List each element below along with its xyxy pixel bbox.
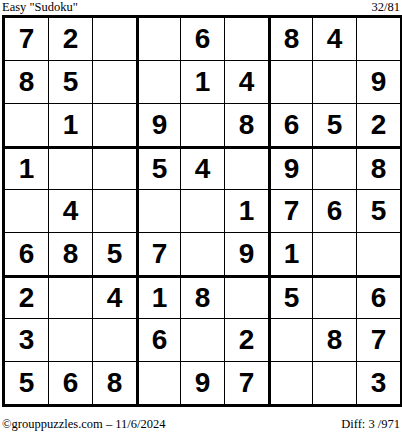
cell-r9c9: 3 xyxy=(357,362,400,404)
cell-r4c6[interactable] xyxy=(225,147,268,189)
cell-r3c3[interactable] xyxy=(93,104,136,146)
sudoku-board: 7268485149198652154984176568579124185636… xyxy=(2,15,402,407)
cell-r5c3[interactable] xyxy=(93,190,136,232)
cell-r7c2[interactable] xyxy=(49,276,92,318)
cell-r4c2[interactable] xyxy=(49,147,92,189)
cell-r7c6[interactable] xyxy=(225,276,268,318)
cell-r7c7: 5 xyxy=(269,276,312,318)
copyright-text: ©grouppuzzles.com – 11/6/2024 xyxy=(2,417,166,432)
cell-r8c6: 2 xyxy=(225,319,268,361)
footer: ©grouppuzzles.com – 11/6/2024 Diff: 3 /9… xyxy=(2,417,401,432)
cell-r8c7[interactable] xyxy=(269,319,312,361)
cell-r6c9[interactable] xyxy=(357,233,400,275)
cell-r3c4: 9 xyxy=(137,104,180,146)
cell-r1c3[interactable] xyxy=(93,18,136,60)
cell-r3c1[interactable] xyxy=(5,104,48,146)
sudoku-page: Easy "Sudoku" 32/81 72684851491986521549… xyxy=(0,0,402,437)
cell-r6c4: 7 xyxy=(137,233,180,275)
header: Easy "Sudoku" 32/81 xyxy=(2,1,401,14)
cell-r7c8[interactable] xyxy=(313,276,356,318)
cell-r3c5[interactable] xyxy=(181,104,224,146)
cell-r6c1: 6 xyxy=(5,233,48,275)
cell-r7c3: 4 xyxy=(93,276,136,318)
cell-r1c8: 4 xyxy=(313,18,356,60)
cell-r1c2: 2 xyxy=(49,18,92,60)
cell-r9c2: 6 xyxy=(49,362,92,404)
cell-r4c8[interactable] xyxy=(313,147,356,189)
cell-r5c5[interactable] xyxy=(181,190,224,232)
cell-r7c1: 2 xyxy=(5,276,48,318)
cell-r7c5: 8 xyxy=(181,276,224,318)
cell-r3c6: 8 xyxy=(225,104,268,146)
cell-r5c1[interactable] xyxy=(5,190,48,232)
cell-r6c3: 5 xyxy=(93,233,136,275)
cell-r6c5[interactable] xyxy=(181,233,224,275)
cell-r3c8: 5 xyxy=(313,104,356,146)
difficulty-text: Diff: 3 /971 xyxy=(341,417,400,432)
cell-r3c7: 6 xyxy=(269,104,312,146)
cell-r6c8[interactable] xyxy=(313,233,356,275)
cell-r9c6: 7 xyxy=(225,362,268,404)
puzzle-title: Easy "Sudoku" xyxy=(2,1,78,14)
cell-r5c8: 6 xyxy=(313,190,356,232)
cell-r1c6[interactable] xyxy=(225,18,268,60)
cell-r4c4: 5 xyxy=(137,147,180,189)
cell-r1c1: 7 xyxy=(5,18,48,60)
cell-r5c4[interactable] xyxy=(137,190,180,232)
cell-r8c4: 6 xyxy=(137,319,180,361)
cell-r9c3: 8 xyxy=(93,362,136,404)
cell-r8c5[interactable] xyxy=(181,319,224,361)
cell-r2c5: 1 xyxy=(181,61,224,103)
cell-r2c7[interactable] xyxy=(269,61,312,103)
cell-r2c3[interactable] xyxy=(93,61,136,103)
cell-r2c6: 4 xyxy=(225,61,268,103)
cell-r2c8[interactable] xyxy=(313,61,356,103)
cell-r9c5: 9 xyxy=(181,362,224,404)
cell-r3c9: 2 xyxy=(357,104,400,146)
cell-r1c9[interactable] xyxy=(357,18,400,60)
cell-r9c1: 5 xyxy=(5,362,48,404)
cell-r4c7: 9 xyxy=(269,147,312,189)
cell-r3c2: 1 xyxy=(49,104,92,146)
cell-r5c9: 5 xyxy=(357,190,400,232)
cell-r4c3[interactable] xyxy=(93,147,136,189)
cell-r5c2: 4 xyxy=(49,190,92,232)
cell-r4c5: 4 xyxy=(181,147,224,189)
cell-r1c4[interactable] xyxy=(137,18,180,60)
cell-r7c4: 1 xyxy=(137,276,180,318)
cell-r8c8: 8 xyxy=(313,319,356,361)
cell-r6c7: 1 xyxy=(269,233,312,275)
cell-r8c3[interactable] xyxy=(93,319,136,361)
cell-r5c6: 1 xyxy=(225,190,268,232)
cell-r6c6: 9 xyxy=(225,233,268,275)
cell-r4c1: 1 xyxy=(5,147,48,189)
cell-r8c9: 7 xyxy=(357,319,400,361)
cell-r9c4[interactable] xyxy=(137,362,180,404)
cell-r8c1: 3 xyxy=(5,319,48,361)
cell-r1c5: 6 xyxy=(181,18,224,60)
cell-r2c4[interactable] xyxy=(137,61,180,103)
cell-r1c7: 8 xyxy=(269,18,312,60)
cell-r2c1: 8 xyxy=(5,61,48,103)
cell-r2c9: 9 xyxy=(357,61,400,103)
cell-r2c2: 5 xyxy=(49,61,92,103)
cell-r8c2[interactable] xyxy=(49,319,92,361)
cell-r9c8[interactable] xyxy=(313,362,356,404)
puzzle-counter: 32/81 xyxy=(372,1,400,14)
cell-r9c7[interactable] xyxy=(269,362,312,404)
cell-r6c2: 8 xyxy=(49,233,92,275)
cell-r7c9: 6 xyxy=(357,276,400,318)
cell-r4c9: 8 xyxy=(357,147,400,189)
cell-r5c7: 7 xyxy=(269,190,312,232)
